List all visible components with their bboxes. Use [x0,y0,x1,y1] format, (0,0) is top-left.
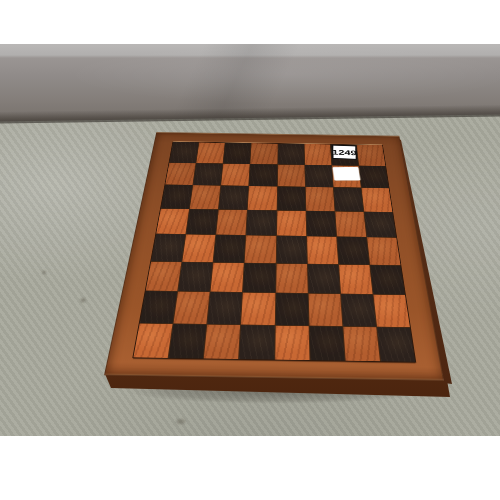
blank-sticker [332,167,360,180]
board-squares-grid: 1249 [133,142,415,362]
square-b5 [186,209,218,234]
square-b6 [190,185,221,209]
square-c3 [211,262,244,292]
square-h4 [367,237,400,264]
square-f3 [308,264,340,294]
square-c5 [216,209,247,234]
square-f4 [307,236,338,263]
square-e6 [277,187,305,211]
floor-speck [81,298,86,302]
square-h7 [359,166,389,188]
square-f2 [308,294,342,326]
square-g6 [333,188,363,212]
square-h8 [357,145,386,166]
square-g5 [335,211,366,236]
floor-speck [176,419,185,424]
square-b3 [178,262,213,291]
square-b7 [193,163,222,185]
square-b2 [174,292,210,324]
photo-area: 1249 [0,44,500,436]
square-a5 [156,209,189,234]
square-b4 [182,235,215,262]
square-g1 [343,326,380,361]
square-a8 [169,142,198,163]
square-d6 [248,186,277,210]
square-c7 [221,164,250,186]
square-g4 [337,237,369,264]
square-a4 [151,234,185,261]
square-e8 [278,144,304,165]
square-c6 [219,186,249,210]
square-d2 [241,293,274,325]
square-e1 [275,325,309,360]
square-h1 [377,327,415,362]
square-c4 [214,235,246,262]
square-a3 [146,261,182,290]
square-h3 [370,265,405,295]
square-e4 [276,236,306,263]
square-e5 [277,210,306,235]
square-f6 [305,187,334,211]
square-a7 [165,163,195,185]
square-c8 [224,143,252,164]
square-f1 [309,326,344,361]
square-e2 [275,293,308,325]
floor-speck [42,271,46,274]
lot-number-sticker: 1249 [332,145,357,160]
square-f8 [304,144,331,165]
square-d5 [247,210,277,235]
square-d1 [239,325,274,360]
square-h5 [364,212,396,237]
lot-number-text: 1249 [332,148,357,156]
square-f7 [305,165,333,187]
square-e3 [276,263,308,293]
square-b8 [196,142,224,163]
square-d8 [251,143,278,164]
chessboard: 1249 [104,132,444,381]
square-a1 [133,323,172,358]
square-d3 [243,263,275,293]
square-c1 [204,324,240,359]
square-h6 [362,188,393,212]
square-d7 [249,164,277,186]
square-g3 [339,264,373,294]
square-a2 [140,291,177,323]
square-g2 [341,294,376,326]
square-h2 [373,295,409,327]
square-f5 [306,211,336,236]
square-d4 [245,235,276,262]
square-e7 [277,164,304,186]
square-b1 [169,324,207,359]
square-a6 [161,185,193,209]
square-c2 [208,292,243,324]
